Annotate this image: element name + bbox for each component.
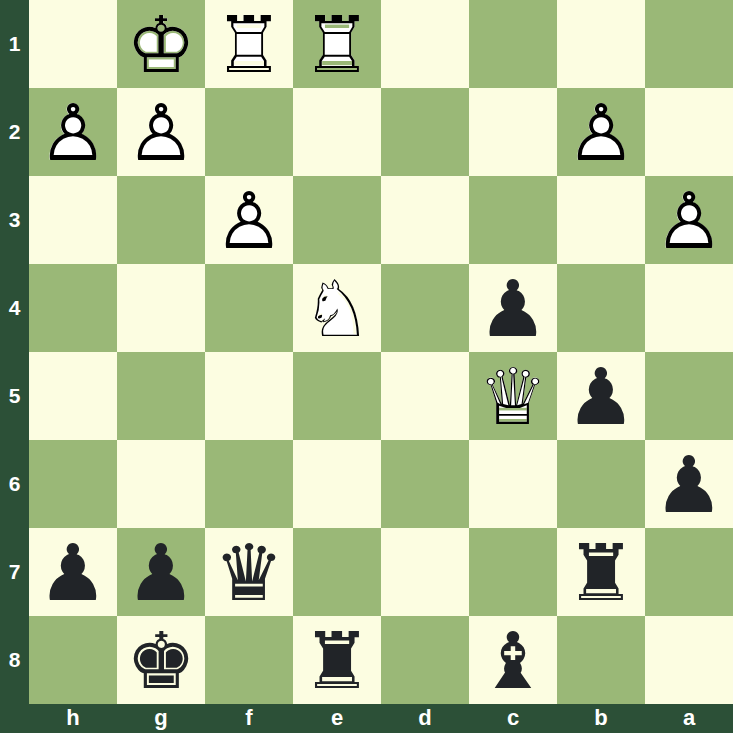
square-a2[interactable] [645, 88, 733, 176]
square-h1[interactable] [29, 0, 117, 88]
white-queen-fill: ♛ [469, 353, 557, 441]
white-pawn-outline: ♙ [557, 89, 645, 177]
square-a7[interactable] [645, 528, 733, 616]
square-d4[interactable] [381, 264, 469, 352]
square-d8[interactable] [381, 616, 469, 704]
black-bishop: ♝ [469, 616, 557, 704]
square-c7[interactable] [469, 528, 557, 616]
white-pawn-fill: ♟ [205, 177, 293, 265]
square-e8[interactable]: ♜ [293, 616, 381, 704]
rank-label-5: 5 [0, 352, 29, 440]
white-queen-outline: ♕ [469, 353, 557, 441]
black-queen-glyph: ♛ [205, 529, 293, 617]
white-rook: ♜♖ [293, 0, 381, 88]
white-pawn-fill: ♟ [557, 89, 645, 177]
square-h6[interactable] [29, 440, 117, 528]
rank-labels: 12345678 [0, 0, 29, 704]
black-rook-glyph: ♜ [293, 617, 381, 705]
file-label-g: g [117, 704, 205, 733]
square-h2[interactable]: ♟♙ [29, 88, 117, 176]
square-e2[interactable] [293, 88, 381, 176]
square-d7[interactable] [381, 528, 469, 616]
rank-label-4: 4 [0, 264, 29, 352]
chess-diagram: 12345678 ♚♔♜♖♜♖♟♙♟♙♟♙♟♙♟♙♞♘♟♛♕♟♟♟♟♛♜♚♜♝ … [0, 0, 733, 733]
black-pawn: ♟ [469, 264, 557, 352]
square-f4[interactable] [205, 264, 293, 352]
file-label-c: c [469, 704, 557, 733]
square-g7[interactable]: ♟ [117, 528, 205, 616]
square-f5[interactable] [205, 352, 293, 440]
square-h7[interactable]: ♟ [29, 528, 117, 616]
rank-label-3: 3 [0, 176, 29, 264]
square-f6[interactable] [205, 440, 293, 528]
square-f2[interactable] [205, 88, 293, 176]
square-b1[interactable] [557, 0, 645, 88]
black-king: ♚ [117, 616, 205, 704]
square-f7[interactable]: ♛ [205, 528, 293, 616]
black-bishop-glyph: ♝ [469, 617, 557, 705]
square-g2[interactable]: ♟♙ [117, 88, 205, 176]
white-rook-outline: ♖ [293, 1, 381, 89]
square-d1[interactable] [381, 0, 469, 88]
white-pawn-outline: ♙ [205, 177, 293, 265]
white-knight: ♞♘ [293, 264, 381, 352]
square-c8[interactable]: ♝ [469, 616, 557, 704]
square-g8[interactable]: ♚ [117, 616, 205, 704]
white-pawn: ♟♙ [29, 88, 117, 176]
square-b3[interactable] [557, 176, 645, 264]
square-e4[interactable]: ♞♘ [293, 264, 381, 352]
square-a8[interactable] [645, 616, 733, 704]
black-king-glyph: ♚ [117, 617, 205, 705]
square-h3[interactable] [29, 176, 117, 264]
square-c3[interactable] [469, 176, 557, 264]
white-king-outline: ♔ [117, 1, 205, 89]
white-rook-fill: ♜ [293, 1, 381, 89]
square-b6[interactable] [557, 440, 645, 528]
rank-label-1: 1 [0, 0, 29, 88]
square-g1[interactable]: ♚♔ [117, 0, 205, 88]
black-pawn-glyph: ♟ [645, 441, 733, 529]
white-pawn-fill: ♟ [29, 89, 117, 177]
square-e1[interactable]: ♜♖ [293, 0, 381, 88]
white-king: ♚♔ [117, 0, 205, 88]
square-f1[interactable]: ♜♖ [205, 0, 293, 88]
white-pawn-fill: ♟ [645, 177, 733, 265]
square-a6[interactable]: ♟ [645, 440, 733, 528]
square-f3[interactable]: ♟♙ [205, 176, 293, 264]
square-b4[interactable] [557, 264, 645, 352]
rank-label-7: 7 [0, 528, 29, 616]
white-rook-outline: ♖ [205, 1, 293, 89]
square-h5[interactable] [29, 352, 117, 440]
square-h4[interactable] [29, 264, 117, 352]
square-b7[interactable]: ♜ [557, 528, 645, 616]
black-rook: ♜ [557, 528, 645, 616]
file-labels: hgfedcba [29, 704, 733, 733]
square-e5[interactable] [293, 352, 381, 440]
file-label-h: h [29, 704, 117, 733]
file-label-a: a [645, 704, 733, 733]
square-c5[interactable]: ♛♕ [469, 352, 557, 440]
white-rook: ♜♖ [205, 0, 293, 88]
square-g3[interactable] [117, 176, 205, 264]
white-pawn-outline: ♙ [29, 89, 117, 177]
square-a1[interactable] [645, 0, 733, 88]
square-g6[interactable] [117, 440, 205, 528]
white-pawn: ♟♙ [205, 176, 293, 264]
white-pawn: ♟♙ [645, 176, 733, 264]
file-label-b: b [557, 704, 645, 733]
square-d5[interactable] [381, 352, 469, 440]
square-c2[interactable] [469, 88, 557, 176]
square-e7[interactable] [293, 528, 381, 616]
black-pawn: ♟ [557, 352, 645, 440]
white-knight-fill: ♞ [293, 265, 381, 353]
white-knight-outline: ♘ [293, 265, 381, 353]
square-d6[interactable] [381, 440, 469, 528]
chess-board: ♚♔♜♖♜♖♟♙♟♙♟♙♟♙♟♙♞♘♟♛♕♟♟♟♟♛♜♚♜♝ [29, 0, 733, 704]
black-pawn-glyph: ♟ [29, 529, 117, 617]
square-e6[interactable] [293, 440, 381, 528]
file-label-d: d [381, 704, 469, 733]
rank-label-2: 2 [0, 88, 29, 176]
black-pawn: ♟ [29, 528, 117, 616]
black-rook: ♜ [293, 616, 381, 704]
black-rook-glyph: ♜ [557, 529, 645, 617]
black-pawn: ♟ [645, 440, 733, 528]
square-g5[interactable] [117, 352, 205, 440]
square-d3[interactable] [381, 176, 469, 264]
white-pawn: ♟♙ [557, 88, 645, 176]
white-queen: ♛♕ [469, 352, 557, 440]
square-a3[interactable]: ♟♙ [645, 176, 733, 264]
square-b2[interactable]: ♟♙ [557, 88, 645, 176]
file-label-f: f [205, 704, 293, 733]
rank-label-6: 6 [0, 440, 29, 528]
file-label-e: e [293, 704, 381, 733]
board-corner [0, 704, 29, 733]
square-b5[interactable]: ♟ [557, 352, 645, 440]
square-c4[interactable]: ♟ [469, 264, 557, 352]
black-pawn-glyph: ♟ [117, 529, 205, 617]
square-a4[interactable] [645, 264, 733, 352]
square-a5[interactable] [645, 352, 733, 440]
square-c6[interactable] [469, 440, 557, 528]
square-e3[interactable] [293, 176, 381, 264]
white-rook-fill: ♜ [205, 1, 293, 89]
rank-label-8: 8 [0, 616, 29, 704]
white-pawn-fill: ♟ [117, 89, 205, 177]
white-pawn-outline: ♙ [117, 89, 205, 177]
black-pawn-glyph: ♟ [469, 265, 557, 353]
square-c1[interactable] [469, 0, 557, 88]
square-f8[interactable] [205, 616, 293, 704]
square-b8[interactable] [557, 616, 645, 704]
white-pawn: ♟♙ [117, 88, 205, 176]
square-d2[interactable] [381, 88, 469, 176]
square-g4[interactable] [117, 264, 205, 352]
black-pawn: ♟ [117, 528, 205, 616]
white-king-fill: ♚ [117, 1, 205, 89]
black-pawn-glyph: ♟ [557, 353, 645, 441]
square-h8[interactable] [29, 616, 117, 704]
white-pawn-outline: ♙ [645, 177, 733, 265]
black-queen: ♛ [205, 528, 293, 616]
